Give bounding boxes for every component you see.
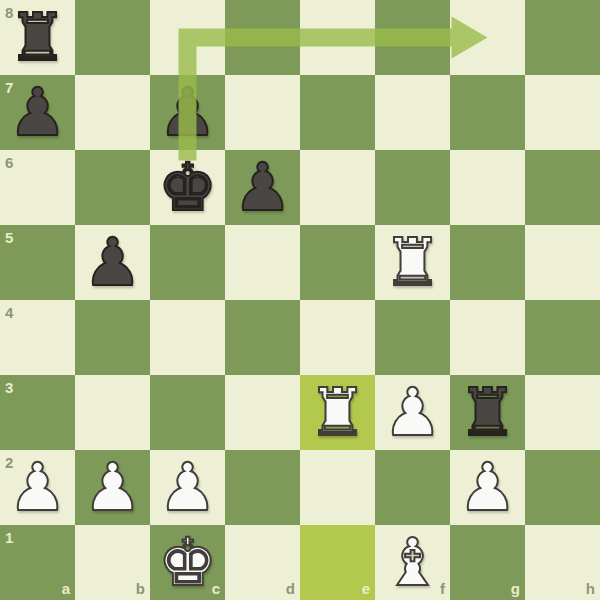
- rank-label-6: 6: [5, 154, 13, 171]
- square-g7[interactable]: [450, 75, 525, 150]
- file-label-b: b: [136, 580, 145, 597]
- file-label-e: e: [362, 580, 370, 597]
- square-b5[interactable]: ♟: [75, 225, 150, 300]
- square-h4[interactable]: [525, 300, 600, 375]
- square-c3[interactable]: [150, 375, 225, 450]
- square-e2[interactable]: [300, 450, 375, 525]
- square-f8[interactable]: [375, 0, 450, 75]
- square-h1[interactable]: h: [525, 525, 600, 600]
- rank-label-4: 4: [5, 304, 13, 321]
- black-rook[interactable]: ♜: [450, 375, 525, 450]
- square-g4[interactable]: [450, 300, 525, 375]
- chess-board: 8♜7♟♟6♚♟5♟♜43♜♟♜2♟♟♟♟1abc♚def♝gh: [0, 0, 600, 600]
- square-f1[interactable]: f♝: [375, 525, 450, 600]
- square-a7[interactable]: 7♟: [0, 75, 75, 150]
- square-f5[interactable]: ♜: [375, 225, 450, 300]
- square-d6[interactable]: ♟: [225, 150, 300, 225]
- square-c4[interactable]: [150, 300, 225, 375]
- square-g5[interactable]: [450, 225, 525, 300]
- square-e1[interactable]: e: [300, 525, 375, 600]
- square-d3[interactable]: [225, 375, 300, 450]
- white-pawn[interactable]: ♟: [150, 450, 225, 525]
- square-a1[interactable]: 1a: [0, 525, 75, 600]
- white-rook[interactable]: ♜: [300, 375, 375, 450]
- square-a4[interactable]: 4: [0, 300, 75, 375]
- square-g6[interactable]: [450, 150, 525, 225]
- square-a8[interactable]: 8♜: [0, 0, 75, 75]
- square-e8[interactable]: [300, 0, 375, 75]
- square-c8[interactable]: [150, 0, 225, 75]
- square-e3[interactable]: ♜: [300, 375, 375, 450]
- square-d5[interactable]: [225, 225, 300, 300]
- white-rook[interactable]: ♜: [375, 225, 450, 300]
- square-g2[interactable]: ♟: [450, 450, 525, 525]
- square-a3[interactable]: 3: [0, 375, 75, 450]
- square-h6[interactable]: [525, 150, 600, 225]
- square-e6[interactable]: [300, 150, 375, 225]
- square-a2[interactable]: 2♟: [0, 450, 75, 525]
- square-f4[interactable]: [375, 300, 450, 375]
- square-b6[interactable]: [75, 150, 150, 225]
- square-g1[interactable]: g: [450, 525, 525, 600]
- black-pawn[interactable]: ♟: [0, 75, 75, 150]
- square-h8[interactable]: [525, 0, 600, 75]
- square-b7[interactable]: [75, 75, 150, 150]
- square-c7[interactable]: ♟: [150, 75, 225, 150]
- white-pawn[interactable]: ♟: [75, 450, 150, 525]
- file-label-g: g: [511, 580, 520, 597]
- black-pawn[interactable]: ♟: [75, 225, 150, 300]
- white-bishop[interactable]: ♝: [375, 525, 450, 600]
- white-pawn[interactable]: ♟: [375, 375, 450, 450]
- square-d8[interactable]: [225, 0, 300, 75]
- file-label-a: a: [62, 580, 70, 597]
- square-a6[interactable]: 6: [0, 150, 75, 225]
- square-f7[interactable]: [375, 75, 450, 150]
- white-pawn[interactable]: ♟: [0, 450, 75, 525]
- board-squares: 8♜7♟♟6♚♟5♟♜43♜♟♜2♟♟♟♟1abc♚def♝gh: [0, 0, 600, 600]
- square-g3[interactable]: ♜: [450, 375, 525, 450]
- square-d7[interactable]: [225, 75, 300, 150]
- square-h3[interactable]: [525, 375, 600, 450]
- black-king[interactable]: ♚: [150, 150, 225, 225]
- black-pawn[interactable]: ♟: [225, 150, 300, 225]
- square-e7[interactable]: [300, 75, 375, 150]
- square-h2[interactable]: [525, 450, 600, 525]
- square-g8[interactable]: [450, 0, 525, 75]
- square-e4[interactable]: [300, 300, 375, 375]
- square-h7[interactable]: [525, 75, 600, 150]
- rank-label-1: 1: [5, 529, 13, 546]
- file-label-d: d: [286, 580, 295, 597]
- square-c6[interactable]: ♚: [150, 150, 225, 225]
- square-f6[interactable]: [375, 150, 450, 225]
- square-f3[interactable]: ♟: [375, 375, 450, 450]
- square-c5[interactable]: [150, 225, 225, 300]
- square-c2[interactable]: ♟: [150, 450, 225, 525]
- file-label-h: h: [586, 580, 595, 597]
- black-rook[interactable]: ♜: [0, 0, 75, 75]
- black-pawn[interactable]: ♟: [150, 75, 225, 150]
- rank-label-3: 3: [5, 379, 13, 396]
- square-a5[interactable]: 5: [0, 225, 75, 300]
- square-b2[interactable]: ♟: [75, 450, 150, 525]
- square-f2[interactable]: [375, 450, 450, 525]
- square-b8[interactable]: [75, 0, 150, 75]
- square-h5[interactable]: [525, 225, 600, 300]
- rank-label-5: 5: [5, 229, 13, 246]
- square-b3[interactable]: [75, 375, 150, 450]
- square-b1[interactable]: b: [75, 525, 150, 600]
- square-e5[interactable]: [300, 225, 375, 300]
- square-d1[interactable]: d: [225, 525, 300, 600]
- square-b4[interactable]: [75, 300, 150, 375]
- square-d4[interactable]: [225, 300, 300, 375]
- white-pawn[interactable]: ♟: [450, 450, 525, 525]
- square-d2[interactable]: [225, 450, 300, 525]
- white-king[interactable]: ♚: [150, 525, 225, 600]
- square-c1[interactable]: c♚: [150, 525, 225, 600]
